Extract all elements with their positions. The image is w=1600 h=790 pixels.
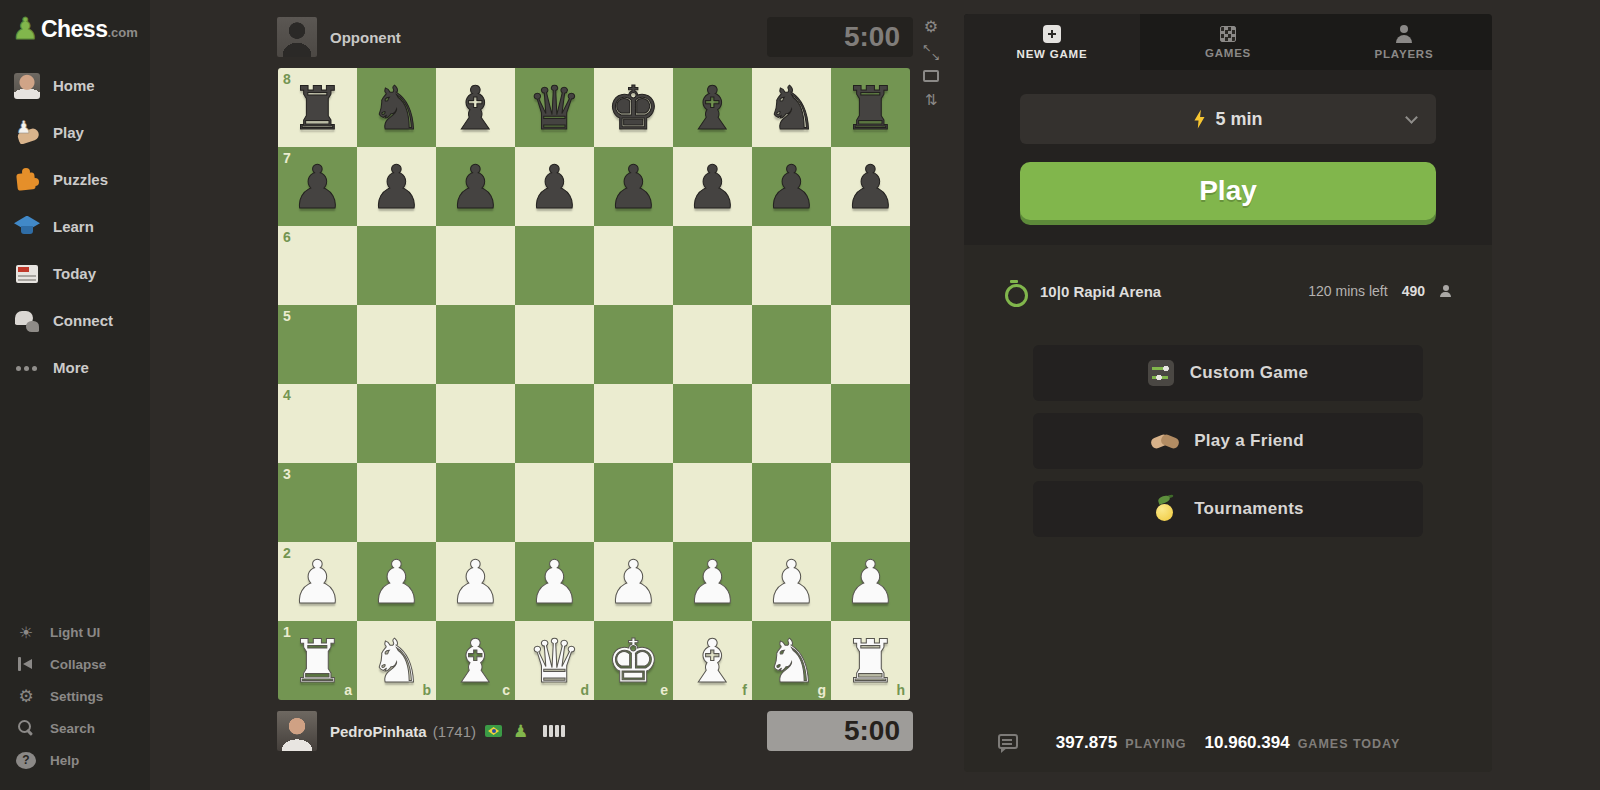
collapse-icon <box>16 654 36 674</box>
expand-board-icon[interactable] <box>922 44 940 61</box>
sidebar-item-label: Learn <box>53 218 94 235</box>
black-bishop[interactable]: ♝ <box>436 68 515 147</box>
arena-row[interactable]: 10|0 Rapid Arena 120 mins left 490 <box>964 273 1492 309</box>
new-game-card: 5 min Play <box>964 70 1492 245</box>
tab-label: GAMES <box>1205 47 1251 59</box>
square-d4[interactable] <box>515 384 594 463</box>
square-g2[interactable]: ♟ <box>752 542 831 621</box>
square-g7[interactable]: ♟ <box>752 147 831 226</box>
time-control-label: 5 min <box>1215 109 1262 130</box>
sidebar: ♟ Chess .com Home Play Puzzles Learn <box>0 0 150 790</box>
black-knight[interactable]: ♞ <box>752 68 831 147</box>
white-pawn[interactable]: ♟ <box>673 542 752 621</box>
sidebar-item-label: Connect <box>53 312 113 329</box>
white-knight[interactable]: ♞ <box>357 621 436 700</box>
square-b2[interactable]: ♟ <box>357 542 436 621</box>
square-f1[interactable]: f♝ <box>673 621 752 700</box>
sidebar-item-help[interactable]: Help <box>0 744 150 776</box>
playing-stat: 397.875 PLAYING <box>1056 733 1187 753</box>
sidebar-footer-label: Settings <box>50 689 103 704</box>
square-g5[interactable] <box>752 305 831 384</box>
square-d1[interactable]: d♛ <box>515 621 594 700</box>
games-today-count: 10.960.394 <box>1205 733 1290 753</box>
opponent-name: Opponent <box>330 29 401 46</box>
white-pawn[interactable]: ♟ <box>357 542 436 621</box>
square-h8[interactable]: ♜ <box>831 68 910 147</box>
person-icon <box>1439 285 1452 297</box>
black-pawn[interactable]: ♟ <box>357 147 436 226</box>
playing-count: 397.875 <box>1056 733 1117 753</box>
sidebar-item-collapse[interactable]: Collapse <box>0 648 150 680</box>
square-h4[interactable] <box>831 384 910 463</box>
play-button-label: Play <box>1199 175 1257 207</box>
black-pawn[interactable]: ♟ <box>436 147 515 226</box>
tab-games[interactable]: GAMES <box>1140 14 1316 70</box>
black-queen[interactable]: ♛ <box>515 68 594 147</box>
sidebar-item-play[interactable]: Play <box>0 109 150 156</box>
white-knight[interactable]: ♞ <box>752 621 831 700</box>
games-board-icon <box>1220 26 1236 42</box>
action-label: Custom Game <box>1190 363 1309 383</box>
sidebar-item-today[interactable]: Today <box>0 250 150 297</box>
square-a7[interactable]: 7♟ <box>278 147 357 226</box>
player-rating: (1741) <box>433 723 476 740</box>
black-pawn[interactable]: ♟ <box>752 147 831 226</box>
square-b3[interactable] <box>357 463 436 542</box>
chat-bubbles-icon <box>14 308 40 334</box>
square-f3[interactable] <box>673 463 752 542</box>
square-g6[interactable] <box>752 226 831 305</box>
player-name: PedroPinhata <box>330 723 427 740</box>
sidebar-item-search[interactable]: Search <box>0 712 150 744</box>
square-a3[interactable]: 3 <box>278 463 357 542</box>
help-icon <box>16 752 36 769</box>
black-rook[interactable]: ♜ <box>831 68 910 147</box>
custom-game-button[interactable]: Custom Game <box>1033 345 1423 401</box>
player-clock: 5:00 <box>767 711 913 751</box>
white-pawn[interactable]: ♟ <box>752 542 831 621</box>
square-f4[interactable] <box>673 384 752 463</box>
square-h2[interactable]: ♟ <box>831 542 910 621</box>
tournament-trophy-icon <box>1152 496 1178 522</box>
chesscom-logo[interactable]: ♟ Chess .com <box>0 0 150 58</box>
black-knight[interactable]: ♞ <box>357 68 436 147</box>
white-rook[interactable]: ♜ <box>831 621 910 700</box>
games-today-label: GAMES TODAY <box>1298 737 1401 751</box>
sidebar-item-learn[interactable]: Learn <box>0 203 150 250</box>
action-buttons: Custom Game Play a Friend Tournaments <box>964 345 1492 537</box>
square-a4[interactable]: 4 <box>278 384 357 463</box>
square-a1[interactable]: 1a♜ <box>278 621 357 700</box>
arena-title: 10|0 Rapid Arena <box>1040 283 1161 300</box>
square-c2[interactable]: ♟ <box>436 542 515 621</box>
square-d7[interactable]: ♟ <box>515 147 594 226</box>
black-king[interactable]: ♚ <box>594 68 673 147</box>
logo-pawn-icon: ♟ <box>12 14 39 44</box>
tab-players[interactable]: PLAYERS <box>1316 14 1492 70</box>
player-avatar[interactable] <box>277 711 317 751</box>
play-a-friend-button[interactable]: Play a Friend <box>1033 413 1423 469</box>
time-control-select[interactable]: 5 min <box>1020 94 1436 144</box>
square-d2[interactable]: ♟ <box>515 542 594 621</box>
square-f7[interactable]: ♟ <box>673 147 752 226</box>
square-c7[interactable]: ♟ <box>436 147 515 226</box>
membership-pawn-icon: ♟ <box>513 721 528 741</box>
square-h3[interactable] <box>831 463 910 542</box>
theater-mode-icon[interactable] <box>923 70 939 82</box>
opponent-avatar[interactable] <box>277 17 317 57</box>
square-c8[interactable]: ♝ <box>436 68 515 147</box>
tournaments-button[interactable]: Tournaments <box>1033 481 1423 537</box>
square-e3[interactable] <box>594 463 673 542</box>
white-pawn[interactable]: ♟ <box>436 542 515 621</box>
rank-label: 5 <box>283 308 291 324</box>
square-e6[interactable] <box>594 226 673 305</box>
square-b6[interactable] <box>357 226 436 305</box>
square-a2[interactable]: 2♟ <box>278 542 357 621</box>
square-f2[interactable]: ♟ <box>673 542 752 621</box>
square-f5[interactable] <box>673 305 752 384</box>
connection-bars-icon <box>543 725 547 737</box>
square-d6[interactable] <box>515 226 594 305</box>
sliders-icon <box>1148 360 1174 386</box>
square-b5[interactable] <box>357 305 436 384</box>
player-row: PedroPinhata (1741) ♟ <box>277 710 565 752</box>
flip-board-icon[interactable]: ⇅ <box>922 91 940 108</box>
tab-new-game[interactable]: NEW GAME <box>964 14 1140 70</box>
tab-label: NEW GAME <box>1017 48 1088 60</box>
brightness-icon: ☀ <box>16 622 36 642</box>
square-c1[interactable]: c♝ <box>436 621 515 700</box>
square-b8[interactable]: ♞ <box>357 68 436 147</box>
black-pawn[interactable]: ♟ <box>673 147 752 226</box>
square-h5[interactable] <box>831 305 910 384</box>
black-bishop[interactable]: ♝ <box>673 68 752 147</box>
white-bishop[interactable]: ♝ <box>673 621 752 700</box>
lightning-bolt-icon <box>1193 110 1205 129</box>
sidebar-item-home[interactable]: Home <box>0 62 150 109</box>
white-pawn[interactable]: ♟ <box>278 542 357 621</box>
tab-label: PLAYERS <box>1375 48 1434 60</box>
sidebar-nav: Home Play Puzzles Learn Today Connect <box>0 62 150 391</box>
graduation-cap-icon <box>14 214 40 240</box>
square-b4[interactable] <box>357 384 436 463</box>
chess-board[interactable]: 8♜♞♝♛♚♝♞♜7♟♟♟♟♟♟♟♟65432♟♟♟♟♟♟♟♟1a♜b♞c♝d♛… <box>278 68 910 700</box>
brazil-flag-icon <box>485 725 502 737</box>
sidebar-footer: ☀ Light UI Collapse ⚙ Settings Search He… <box>0 616 150 776</box>
games-today-stat: 10.960.394 GAMES TODAY <box>1205 733 1401 753</box>
square-g3[interactable] <box>752 463 831 542</box>
sidebar-footer-label: Search <box>50 721 95 736</box>
sidebar-item-connect[interactable]: Connect <box>0 297 150 344</box>
stopwatch-icon <box>1004 280 1024 302</box>
sidebar-item-label: Puzzles <box>53 171 108 188</box>
black-pawn[interactable]: ♟ <box>515 147 594 226</box>
square-g1[interactable]: g♞ <box>752 621 831 700</box>
square-c5[interactable] <box>436 305 515 384</box>
square-d5[interactable] <box>515 305 594 384</box>
new-game-icon <box>1043 25 1061 43</box>
sidebar-item-settings[interactable]: ⚙ Settings <box>0 680 150 712</box>
board-controls: ⚙ ⇅ <box>921 18 941 108</box>
stats-row: 397.875 PLAYING 10.960.394 GAMES TODAY <box>964 730 1492 756</box>
square-h1[interactable]: h♜ <box>831 621 910 700</box>
puzzle-piece-icon <box>14 167 40 193</box>
white-king[interactable]: ♚ <box>594 621 673 700</box>
square-e4[interactable] <box>594 384 673 463</box>
players-icon <box>1395 25 1413 43</box>
square-a8[interactable]: 8♜ <box>278 68 357 147</box>
new-game-panel: NEW GAME GAMES PLAYERS 5 min Play <box>964 14 1492 772</box>
black-pawn[interactable]: ♟ <box>278 147 357 226</box>
sidebar-item-label: Play <box>53 124 84 141</box>
ellipsis-icon <box>14 355 40 381</box>
square-h6[interactable] <box>831 226 910 305</box>
gear-icon: ⚙ <box>16 686 36 706</box>
playing-label: PLAYING <box>1125 737 1186 751</box>
square-h7[interactable]: ♟ <box>831 147 910 226</box>
square-g4[interactable] <box>752 384 831 463</box>
square-a6[interactable]: 6 <box>278 226 357 305</box>
square-e2[interactable]: ♟ <box>594 542 673 621</box>
square-f8[interactable]: ♝ <box>673 68 752 147</box>
chat-icon[interactable] <box>998 734 1018 749</box>
black-rook[interactable]: ♜ <box>278 68 357 147</box>
white-bishop[interactable]: ♝ <box>436 621 515 700</box>
logo-text: Chess <box>41 16 108 43</box>
square-c4[interactable] <box>436 384 515 463</box>
square-e5[interactable] <box>594 305 673 384</box>
sidebar-item-puzzles[interactable]: Puzzles <box>0 156 150 203</box>
rank-label: 4 <box>283 387 291 403</box>
square-c6[interactable] <box>436 226 515 305</box>
white-pawn[interactable]: ♟ <box>515 542 594 621</box>
white-rook[interactable]: ♜ <box>278 621 357 700</box>
sidebar-footer-label: Light UI <box>50 625 100 640</box>
opponent-clock: 5:00 <box>767 17 913 57</box>
square-c3[interactable] <box>436 463 515 542</box>
sidebar-item-label: Today <box>53 265 96 282</box>
chevron-down-icon <box>1405 111 1418 124</box>
sidebar-item-more[interactable]: More <box>0 344 150 391</box>
hand-holding-pawn-icon <box>14 120 40 146</box>
sidebar-footer-label: Help <box>50 753 79 768</box>
square-b1[interactable]: b♞ <box>357 621 436 700</box>
arena-player-count: 490 <box>1402 283 1425 299</box>
board-settings-icon[interactable]: ⚙ <box>922 18 940 35</box>
panel-lower: 10|0 Rapid Arena 120 mins left 490 Custo… <box>964 245 1492 772</box>
white-pawn[interactable]: ♟ <box>831 542 910 621</box>
white-queen[interactable]: ♛ <box>515 621 594 700</box>
sidebar-item-light-ui[interactable]: ☀ Light UI <box>0 616 150 648</box>
square-d8[interactable]: ♛ <box>515 68 594 147</box>
home-avatar-icon <box>14 73 40 99</box>
square-e7[interactable]: ♟ <box>594 147 673 226</box>
action-label: Tournaments <box>1194 499 1304 519</box>
play-button[interactable]: Play <box>1020 162 1436 220</box>
square-a5[interactable]: 5 <box>278 305 357 384</box>
chesscom-app: ♟ Chess .com Home Play Puzzles Learn <box>0 0 1600 790</box>
square-b7[interactable]: ♟ <box>357 147 436 226</box>
sidebar-item-label: More <box>53 359 89 376</box>
square-e8[interactable]: ♚ <box>594 68 673 147</box>
black-pawn[interactable]: ♟ <box>594 147 673 226</box>
square-d3[interactable] <box>515 463 594 542</box>
logo-suffix: .com <box>107 25 137 40</box>
sidebar-footer-label: Collapse <box>50 657 106 672</box>
newspaper-icon <box>14 261 40 287</box>
white-pawn[interactable]: ♟ <box>594 542 673 621</box>
rank-label: 6 <box>283 229 291 245</box>
action-label: Play a Friend <box>1194 431 1304 451</box>
opponent-row: Opponent <box>277 16 401 58</box>
rank-label: 3 <box>283 466 291 482</box>
black-pawn[interactable]: ♟ <box>831 147 910 226</box>
square-e1[interactable]: e♚ <box>594 621 673 700</box>
square-f6[interactable] <box>673 226 752 305</box>
search-icon <box>16 718 36 738</box>
arena-time-left: 120 mins left <box>1308 283 1387 299</box>
panel-tabbar: NEW GAME GAMES PLAYERS <box>964 14 1492 70</box>
handshake-icon <box>1152 428 1178 454</box>
square-g8[interactable]: ♞ <box>752 68 831 147</box>
sidebar-item-label: Home <box>53 77 95 94</box>
arena-meta: 120 mins left 490 <box>1308 283 1452 299</box>
